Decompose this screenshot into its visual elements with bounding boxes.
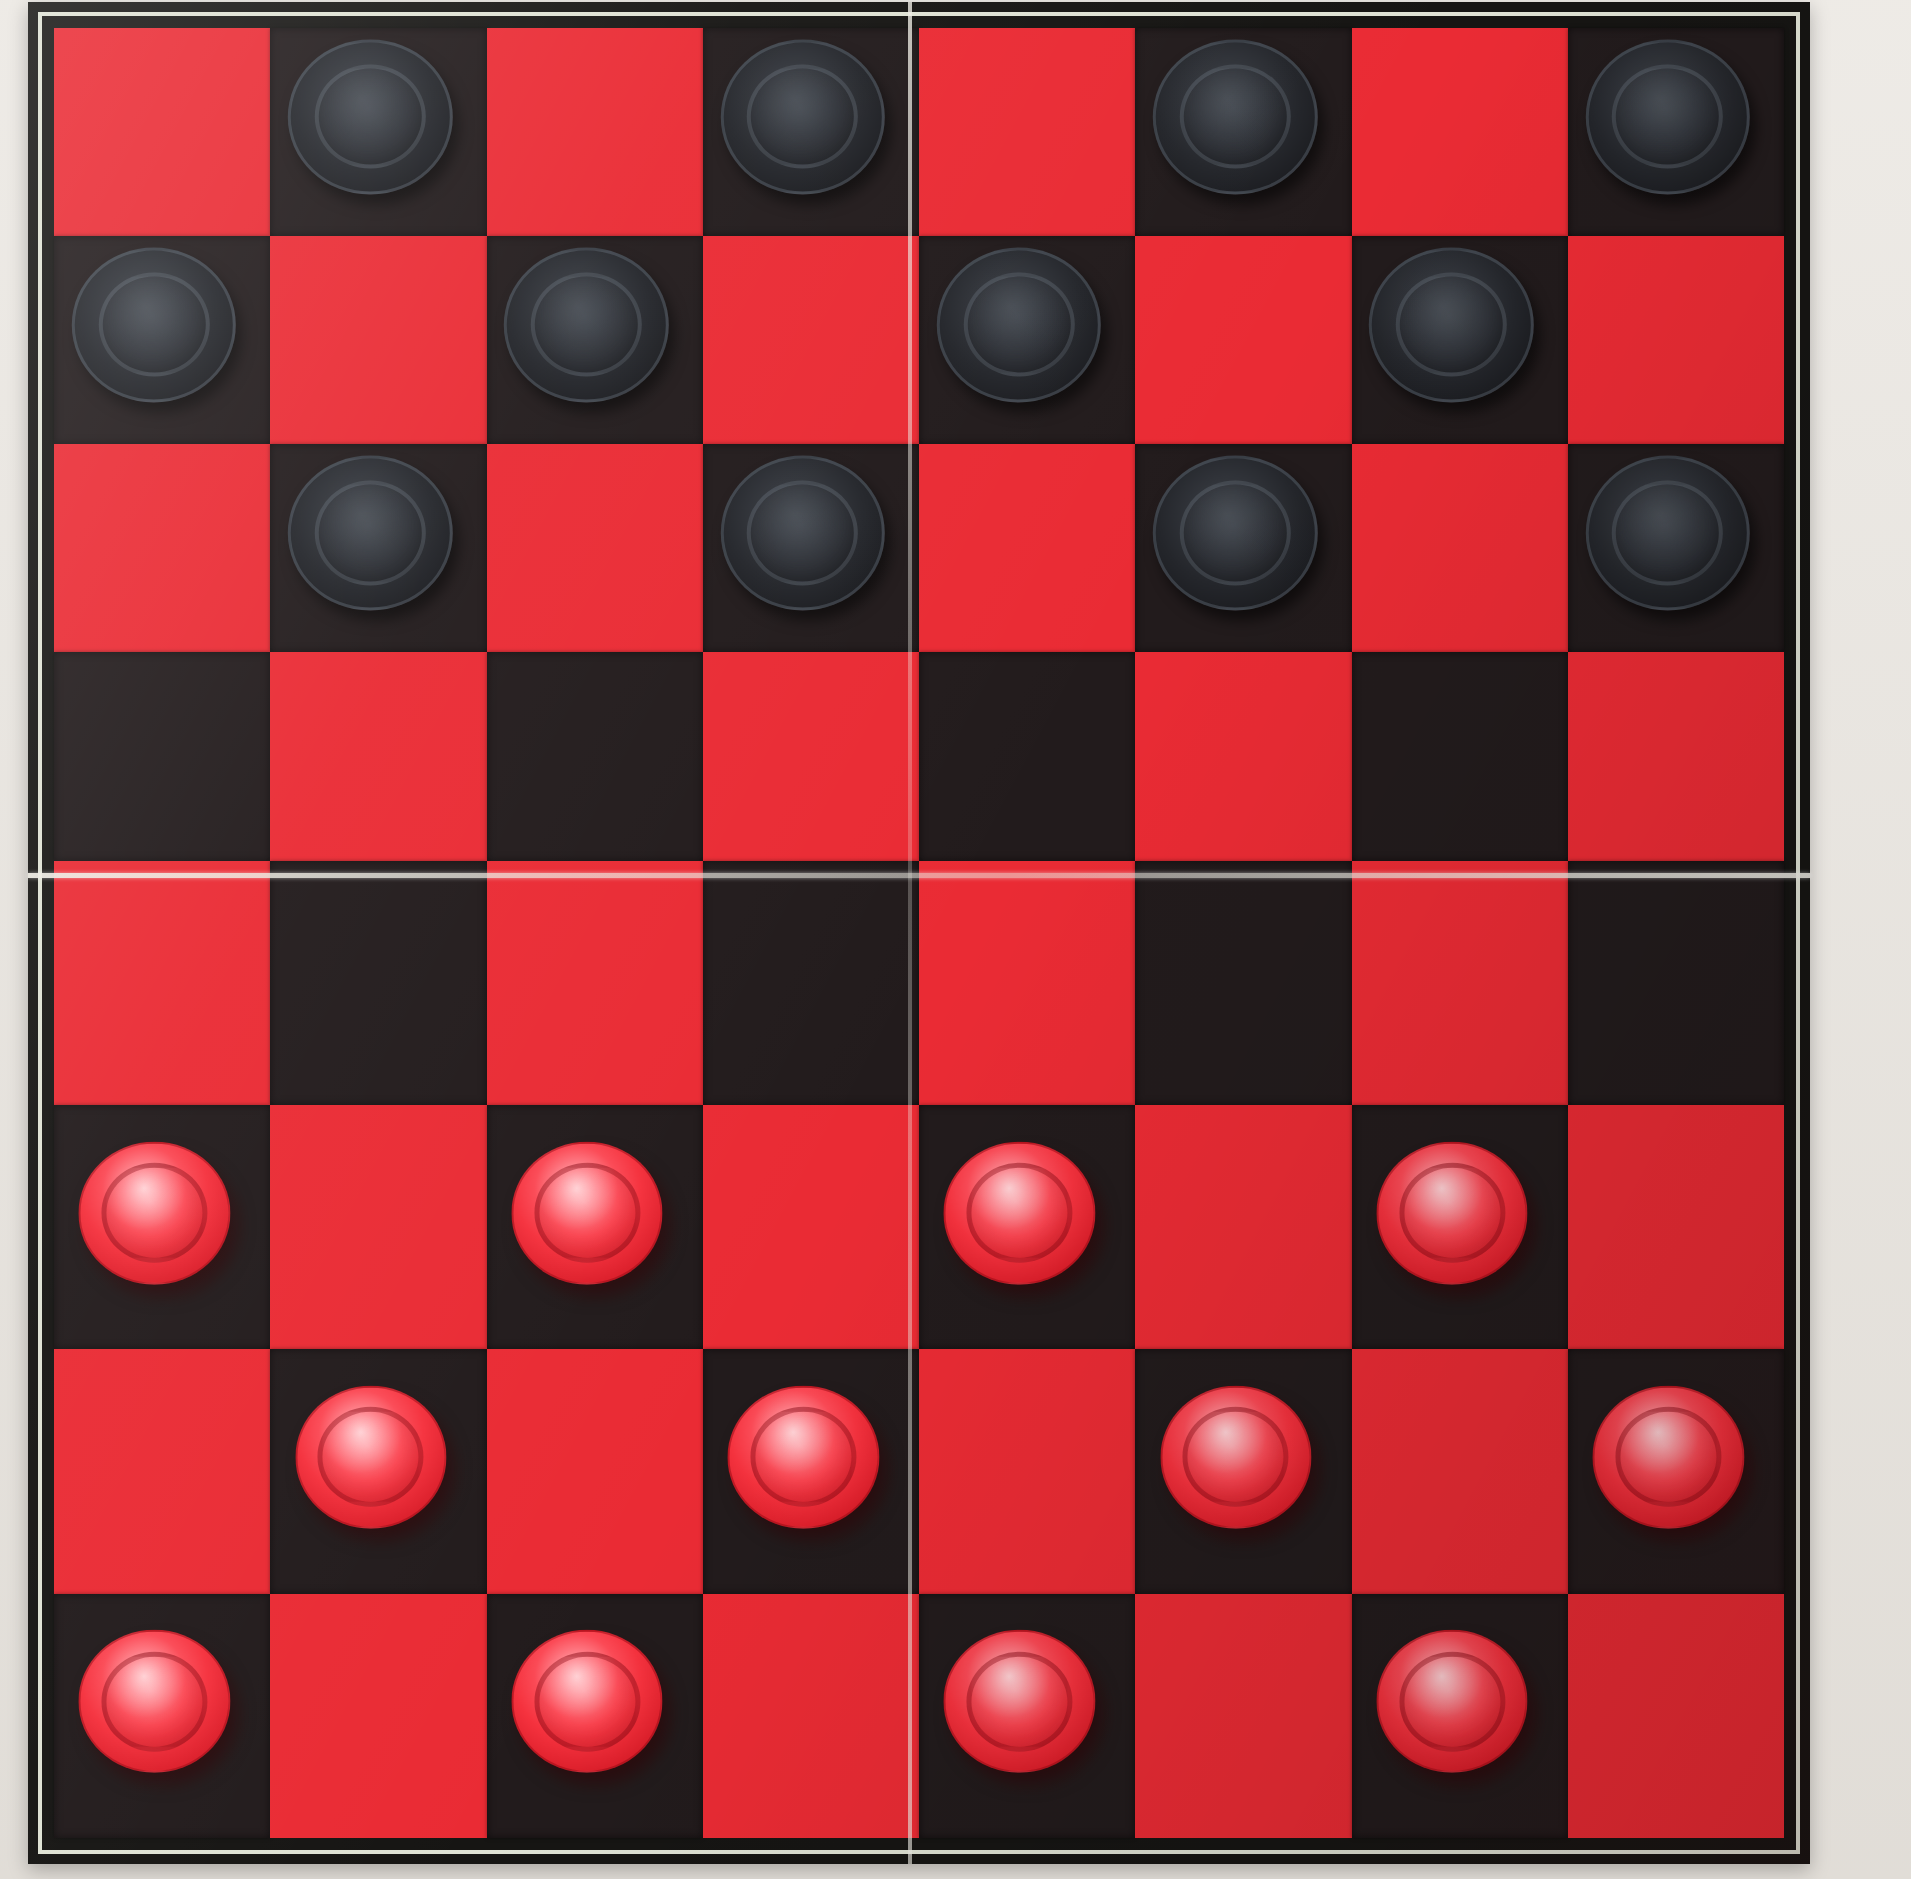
square-r7-c8[interactable] [1568, 1349, 1784, 1593]
square-r6-c1[interactable] [54, 1105, 270, 1349]
square-r8-c2 [270, 1594, 486, 1838]
checker-ridge [318, 1407, 424, 1507]
square-r1-c8[interactable] [1568, 28, 1784, 236]
square-r6-c4 [703, 1105, 919, 1349]
square-r2-c2 [270, 236, 486, 444]
square-r3-c3 [487, 444, 703, 652]
checker-ridge [747, 64, 858, 168]
red-checker[interactable] [511, 1141, 662, 1284]
square-r3-c4[interactable] [703, 444, 919, 652]
square-r5-c8[interactable] [1568, 861, 1784, 1105]
square-r1-c6[interactable] [1135, 28, 1351, 236]
square-r4-c7[interactable] [1352, 652, 1568, 860]
square-r7-c6[interactable] [1135, 1349, 1351, 1593]
square-r1-c3 [487, 28, 703, 236]
black-checker[interactable] [288, 39, 452, 194]
red-checker[interactable] [1593, 1386, 1744, 1529]
checkers-board [28, 2, 1810, 1864]
square-r6-c6 [1135, 1105, 1351, 1349]
board-inset-line [38, 12, 1800, 1854]
checker-ridge [315, 481, 426, 585]
square-r5-c1 [54, 861, 270, 1105]
square-r6-c2 [270, 1105, 486, 1349]
board-grid [54, 28, 1784, 1838]
red-checker[interactable] [944, 1630, 1095, 1773]
checker-ridge [747, 481, 858, 585]
square-r6-c5[interactable] [919, 1105, 1135, 1349]
black-checker[interactable] [1585, 455, 1749, 610]
checker-ridge [101, 1652, 207, 1752]
checker-ridge [1180, 481, 1291, 585]
square-r7-c3 [487, 1349, 703, 1593]
checker-ridge [101, 1163, 207, 1263]
square-r8-c3[interactable] [487, 1594, 703, 1838]
square-r2-c4 [703, 236, 919, 444]
square-r3-c2[interactable] [270, 444, 486, 652]
checker-ridge [98, 273, 209, 377]
square-r8-c4 [703, 1594, 919, 1838]
square-r2-c1[interactable] [54, 236, 270, 444]
checker-ridge [534, 1652, 640, 1752]
checker-ridge [1399, 1163, 1505, 1263]
square-r3-c7 [1352, 444, 1568, 652]
red-checker[interactable] [1376, 1630, 1527, 1773]
black-checker[interactable] [720, 39, 884, 194]
checker-ridge [963, 273, 1074, 377]
square-r8-c7[interactable] [1352, 1594, 1568, 1838]
square-r1-c4[interactable] [703, 28, 919, 236]
square-r2-c7[interactable] [1352, 236, 1568, 444]
square-r2-c3[interactable] [487, 236, 703, 444]
square-r7-c1 [54, 1349, 270, 1593]
black-checker[interactable] [1585, 39, 1749, 194]
checker-ridge [750, 1407, 856, 1507]
square-r5-c2[interactable] [270, 861, 486, 1105]
black-checker[interactable] [72, 247, 236, 402]
square-r7-c4[interactable] [703, 1349, 919, 1593]
checker-ridge [1180, 64, 1291, 168]
red-checker[interactable] [511, 1630, 662, 1773]
square-r3-c1 [54, 444, 270, 652]
checker-ridge [1183, 1407, 1289, 1507]
square-r1-c5 [919, 28, 1135, 236]
square-r7-c5 [919, 1349, 1135, 1593]
checker-ridge [1615, 1407, 1721, 1507]
checker-ridge [966, 1163, 1072, 1263]
square-r6-c3[interactable] [487, 1105, 703, 1349]
square-r8-c8 [1568, 1594, 1784, 1838]
red-checker[interactable] [79, 1630, 230, 1773]
red-checker[interactable] [1160, 1386, 1311, 1529]
square-r3-c5 [919, 444, 1135, 652]
checker-ridge [1399, 1652, 1505, 1752]
square-r6-c8 [1568, 1105, 1784, 1349]
square-r7-c2[interactable] [270, 1349, 486, 1593]
red-checker[interactable] [1376, 1141, 1527, 1284]
square-r2-c5[interactable] [919, 236, 1135, 444]
square-r1-c2[interactable] [270, 28, 486, 236]
square-r4-c4 [703, 652, 919, 860]
square-r5-c4[interactable] [703, 861, 919, 1105]
checker-ridge [966, 1652, 1072, 1752]
red-checker[interactable] [295, 1386, 446, 1529]
square-r8-c5[interactable] [919, 1594, 1135, 1838]
square-r3-c8[interactable] [1568, 444, 1784, 652]
square-r1-c7 [1352, 28, 1568, 236]
black-checker[interactable] [937, 247, 1101, 402]
checker-ridge [1612, 64, 1723, 168]
square-r4-c5[interactable] [919, 652, 1135, 860]
square-r4-c8 [1568, 652, 1784, 860]
square-r5-c6[interactable] [1135, 861, 1351, 1105]
black-checker[interactable] [720, 455, 884, 610]
black-checker[interactable] [288, 455, 452, 610]
square-r5-c7 [1352, 861, 1568, 1105]
checker-ridge [315, 64, 426, 168]
checker-ridge [1612, 481, 1723, 585]
square-r4-c6 [1135, 652, 1351, 860]
square-r7-c7 [1352, 1349, 1568, 1593]
square-r2-c6 [1135, 236, 1351, 444]
square-r4-c1[interactable] [54, 652, 270, 860]
square-r3-c6[interactable] [1135, 444, 1351, 652]
square-r1-c1 [54, 28, 270, 236]
square-r6-c7[interactable] [1352, 1105, 1568, 1349]
checker-ridge [534, 1163, 640, 1263]
red-checker[interactable] [944, 1141, 1095, 1284]
checker-ridge [531, 273, 642, 377]
black-checker[interactable] [1153, 455, 1317, 610]
red-checker[interactable] [79, 1141, 230, 1284]
square-r2-c8 [1568, 236, 1784, 444]
square-r4-c2 [270, 652, 486, 860]
square-r4-c3[interactable] [487, 652, 703, 860]
square-r5-c3 [487, 861, 703, 1105]
black-checker[interactable] [1369, 247, 1533, 402]
square-r8-c1[interactable] [54, 1594, 270, 1838]
black-checker[interactable] [504, 247, 668, 402]
checker-ridge [1396, 273, 1507, 377]
square-r5-c5 [919, 861, 1135, 1105]
black-checker[interactable] [1153, 39, 1317, 194]
square-r8-c6 [1135, 1594, 1351, 1838]
red-checker[interactable] [728, 1386, 879, 1529]
photo-background [0, 0, 1911, 1879]
